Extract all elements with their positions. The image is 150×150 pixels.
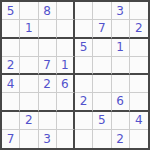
cell-r1c6[interactable] xyxy=(93,2,111,20)
cell-r7c6: 5 xyxy=(93,112,111,130)
cell-r3c2[interactable] xyxy=(20,39,38,57)
cell-r3c1[interactable] xyxy=(2,39,20,57)
cell-r7c8: 4 xyxy=(130,112,148,130)
cell-r5c4: 6 xyxy=(57,75,75,93)
cell-r4c3: 7 xyxy=(39,57,57,75)
cell-r8c4[interactable] xyxy=(57,130,75,148)
cell-r4c1: 2 xyxy=(2,57,20,75)
cell-r1c7: 3 xyxy=(112,2,130,20)
cell-r7c3[interactable] xyxy=(39,112,57,130)
cell-r8c7: 2 xyxy=(112,130,130,148)
cell-r4c7[interactable] xyxy=(112,57,130,75)
cell-r2c7[interactable] xyxy=(112,20,130,38)
cell-r4c8[interactable] xyxy=(130,57,148,75)
cell-r2c3[interactable] xyxy=(39,20,57,38)
cell-r3c8[interactable] xyxy=(130,39,148,57)
cell-r4c2[interactable] xyxy=(20,57,38,75)
cell-r1c4[interactable] xyxy=(57,2,75,20)
cell-r5c2[interactable] xyxy=(20,75,38,93)
cell-r6c3[interactable] xyxy=(39,93,57,111)
cell-r2c5[interactable] xyxy=(75,20,93,38)
cell-r1c1: 5 xyxy=(2,2,20,20)
cell-r8c3: 3 xyxy=(39,130,57,148)
cell-r1c5[interactable] xyxy=(75,2,93,20)
cell-r5c3: 2 xyxy=(39,75,57,93)
cell-r5c6[interactable] xyxy=(93,75,111,93)
cell-r5c1: 4 xyxy=(2,75,20,93)
cell-r5c8[interactable] xyxy=(130,75,148,93)
cell-r4c5[interactable] xyxy=(75,57,93,75)
cell-r3c3[interactable] xyxy=(39,39,57,57)
cell-r3c7: 1 xyxy=(112,39,130,57)
cell-r6c4[interactable] xyxy=(57,93,75,111)
cell-r8c1: 7 xyxy=(2,130,20,148)
cell-r6c7: 6 xyxy=(112,93,130,111)
cell-r2c1[interactable] xyxy=(2,20,20,38)
cell-r7c2: 2 xyxy=(20,112,38,130)
cell-r7c5[interactable] xyxy=(75,112,93,130)
cell-r7c1[interactable] xyxy=(2,112,20,130)
cell-r3c4[interactable] xyxy=(57,39,75,57)
sudoku-board: 5831725127142626254732 xyxy=(0,0,150,150)
cell-r4c6[interactable] xyxy=(93,57,111,75)
cell-r8c5[interactable] xyxy=(75,130,93,148)
cell-r2c6: 7 xyxy=(93,20,111,38)
cell-r8c2[interactable] xyxy=(20,130,38,148)
cell-r2c8: 2 xyxy=(130,20,148,38)
cell-r7c4[interactable] xyxy=(57,112,75,130)
cell-r6c5: 2 xyxy=(75,93,93,111)
cell-r1c2[interactable] xyxy=(20,2,38,20)
cell-r2c4[interactable] xyxy=(57,20,75,38)
cell-r6c2[interactable] xyxy=(20,93,38,111)
cell-r6c6[interactable] xyxy=(93,93,111,111)
cell-r6c1[interactable] xyxy=(2,93,20,111)
cell-r1c3: 8 xyxy=(39,2,57,20)
cell-r3c6[interactable] xyxy=(93,39,111,57)
cell-r1c8[interactable] xyxy=(130,2,148,20)
cell-r5c5[interactable] xyxy=(75,75,93,93)
cell-r5c7[interactable] xyxy=(112,75,130,93)
cell-r3c5: 5 xyxy=(75,39,93,57)
cell-r2c2: 1 xyxy=(20,20,38,38)
cell-r6c8[interactable] xyxy=(130,93,148,111)
cell-r7c7[interactable] xyxy=(112,112,130,130)
cell-r8c6[interactable] xyxy=(93,130,111,148)
cell-r4c4: 1 xyxy=(57,57,75,75)
cell-r8c8[interactable] xyxy=(130,130,148,148)
